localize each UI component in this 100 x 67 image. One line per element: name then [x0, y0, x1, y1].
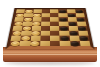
light-piece-glyph: ⛀ [26, 10, 32, 13]
square-r7c6[interactable]: ⛂ [70, 41, 81, 46]
dark-piece-glyph: ⛂ [71, 41, 78, 46]
square-r4c1[interactable]: ⛀ [22, 26, 32, 31]
square-r5c3 [40, 31, 50, 36]
box-lid-seam [3, 54, 97, 55]
square-r3c3 [41, 22, 50, 26]
square-r5c5 [59, 31, 69, 36]
dark-piece-glyph: ⛂ [70, 31, 77, 35]
dark-piece[interactable]: ⛂ [60, 36, 69, 41]
square-r7c5 [60, 41, 70, 46]
square-r5c0[interactable]: ⛀ [12, 31, 22, 36]
light-piece[interactable]: ⛀ [16, 13, 24, 17]
dark-piece-glyph: ⛂ [76, 10, 82, 13]
square-r3c1 [23, 22, 33, 26]
square-r0c5[interactable]: ⛂ [58, 9, 67, 13]
square-r3c7 [77, 22, 87, 26]
square-r6c3[interactable] [40, 36, 50, 41]
square-r1c2[interactable]: ⛀ [33, 13, 42, 17]
square-r1c7 [76, 13, 85, 17]
light-piece[interactable]: ⛀ [32, 22, 40, 26]
light-piece[interactable]: ⛀ [24, 18, 32, 22]
square-r1c1 [24, 13, 33, 17]
square-r0c2 [33, 9, 42, 13]
light-piece-glyph: ⛀ [32, 41, 39, 46]
dark-piece[interactable]: ⛂ [70, 41, 79, 46]
dark-piece-glyph: ⛂ [78, 18, 84, 22]
light-piece[interactable]: ⛀ [14, 22, 23, 26]
square-r4c6 [68, 26, 78, 31]
light-piece-glyph: ⛀ [17, 13, 23, 17]
square-r2c1[interactable]: ⛀ [23, 17, 32, 21]
light-piece[interactable]: ⛀ [21, 36, 30, 41]
light-piece[interactable]: ⛀ [25, 10, 33, 13]
light-piece[interactable]: ⛀ [23, 26, 32, 30]
square-r7c3 [40, 41, 50, 46]
dark-piece-glyph: ⛂ [61, 36, 68, 41]
checkers-set-photo: ⛀⛂⛂⛀⛀⛂⛀⛂⛂⛀⛀⛂⛀⛂⛂⛀⛀⛂⛀⛂⛂⛀⛀⛂ [0, 0, 100, 67]
square-r1c3 [41, 13, 50, 17]
square-r1c5 [59, 13, 68, 17]
square-r1c6[interactable]: ⛂ [67, 13, 76, 17]
square-r4c0 [13, 26, 23, 31]
square-r7c1 [20, 41, 31, 46]
square-r4c5[interactable]: ⛂ [59, 26, 69, 31]
dark-piece[interactable]: ⛂ [68, 13, 76, 17]
square-r1c0[interactable]: ⛀ [15, 13, 24, 17]
light-piece-glyph: ⛀ [33, 22, 39, 26]
square-r0c7[interactable]: ⛂ [75, 9, 84, 13]
light-piece-glyph: ⛀ [13, 31, 20, 35]
light-piece-glyph: ⛀ [22, 36, 29, 41]
square-r2c7[interactable]: ⛂ [76, 17, 86, 21]
square-r5c7 [78, 31, 88, 36]
light-piece[interactable]: ⛀ [30, 41, 39, 46]
dark-piece[interactable]: ⛂ [75, 10, 83, 13]
dark-piece[interactable]: ⛂ [77, 18, 85, 22]
checkers-board: ⛀⛂⛂⛀⛀⛂⛀⛂⛂⛀⛀⛂⛀⛂⛂⛀⛀⛂⛀⛂⛂⛀⛀⛂ [6, 8, 94, 49]
dark-piece-glyph: ⛂ [60, 18, 66, 22]
square-r5c1 [21, 31, 31, 36]
square-r6c1[interactable]: ⛀ [20, 36, 30, 41]
dark-piece-glyph: ⛂ [69, 22, 75, 26]
light-piece-glyph: ⛀ [32, 31, 39, 35]
square-r5c2[interactable]: ⛀ [31, 31, 41, 36]
light-piece-glyph: ⛀ [24, 26, 31, 30]
square-r0c6 [67, 9, 76, 13]
light-piece-glyph: ⛀ [11, 41, 18, 46]
square-r0c1[interactable]: ⛀ [24, 9, 33, 13]
light-piece[interactable]: ⛀ [33, 13, 41, 17]
square-r2c3[interactable] [41, 17, 50, 21]
square-r2c2 [32, 17, 41, 21]
light-piece[interactable]: ⛀ [31, 31, 40, 35]
light-piece-glyph: ⛀ [34, 13, 40, 17]
square-r0c3[interactable] [41, 9, 50, 13]
square-r3c4[interactable] [50, 22, 59, 26]
light-piece-glyph: ⛀ [15, 22, 22, 26]
dark-piece-glyph: ⛂ [61, 26, 67, 30]
dark-piece[interactable]: ⛂ [59, 10, 67, 13]
square-r4c4 [50, 26, 59, 31]
square-r3c2[interactable]: ⛀ [32, 22, 41, 26]
square-r6c6 [69, 36, 79, 41]
wooden-box-front [3, 47, 97, 62]
square-r2c5[interactable]: ⛂ [59, 17, 68, 21]
square-r1c4[interactable] [50, 13, 59, 17]
square-r4c3[interactable] [41, 26, 50, 31]
square-r3c0[interactable]: ⛀ [13, 22, 23, 26]
dark-piece-glyph: ⛂ [80, 36, 87, 41]
square-r7c2[interactable]: ⛀ [30, 41, 40, 46]
square-r2c6 [67, 17, 76, 21]
square-r2c0 [14, 17, 24, 21]
square-r0c0 [16, 9, 25, 13]
square-r0c4 [50, 9, 59, 13]
dark-piece[interactable]: ⛂ [68, 22, 76, 26]
light-piece-glyph: ⛀ [25, 18, 31, 22]
dark-piece[interactable]: ⛂ [69, 31, 78, 35]
dark-piece[interactable]: ⛂ [60, 26, 68, 30]
dark-piece-glyph: ⛂ [69, 13, 75, 17]
square-r3c6[interactable]: ⛂ [68, 22, 78, 26]
square-r2c4 [50, 17, 59, 21]
square-r5c6[interactable]: ⛂ [69, 31, 79, 36]
square-r5c4[interactable] [50, 31, 60, 36]
square-r7c7 [80, 41, 91, 46]
square-r4c7[interactable]: ⛂ [77, 26, 87, 31]
dark-piece[interactable]: ⛂ [59, 18, 67, 22]
light-piece[interactable]: ⛀ [10, 41, 20, 46]
dark-piece-glyph: ⛂ [60, 10, 66, 13]
dark-piece[interactable]: ⛂ [78, 26, 87, 30]
square-r4c2 [31, 26, 41, 31]
square-r7c0[interactable]: ⛀ [10, 41, 21, 46]
light-piece[interactable]: ⛀ [12, 31, 21, 35]
dark-piece-glyph: ⛂ [79, 26, 86, 30]
dark-piece[interactable]: ⛂ [79, 36, 88, 41]
square-r7c4[interactable] [50, 41, 60, 46]
square-r6c7[interactable]: ⛂ [79, 36, 90, 41]
square-r6c4 [50, 36, 60, 41]
square-r6c2 [30, 36, 40, 41]
square-r6c5[interactable]: ⛂ [60, 36, 70, 41]
square-r3c5 [59, 22, 68, 26]
square-r6c0 [11, 36, 22, 41]
